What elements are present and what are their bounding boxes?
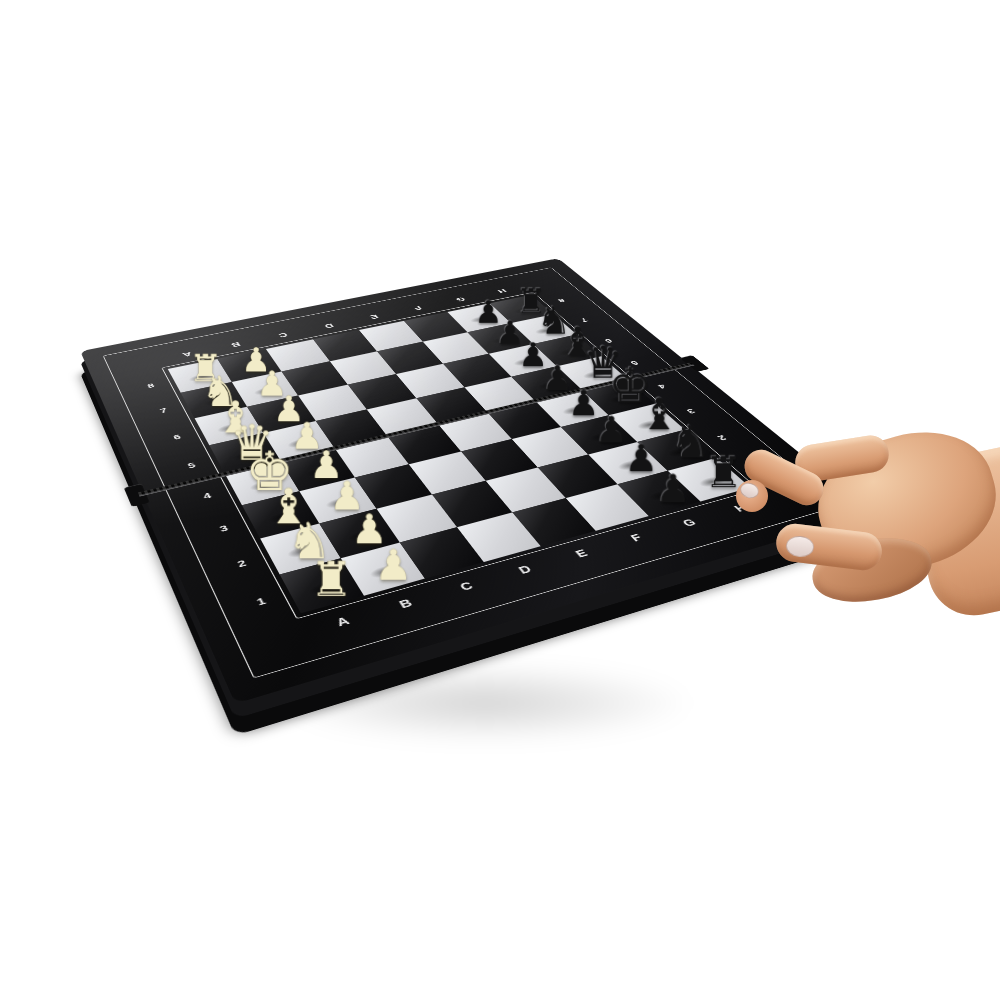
piece-white-rook[interactable]: ♜ <box>298 556 365 604</box>
chess-set-photo: ABCDEFGH ABCDEFGH 87654321 87654321 ♜♟♟♜… <box>80 258 873 704</box>
forearm <box>905 432 1000 624</box>
piece-white-pawn[interactable]: ♟ <box>360 544 426 586</box>
piece-black-pawn[interactable]: ♟ <box>643 469 703 508</box>
